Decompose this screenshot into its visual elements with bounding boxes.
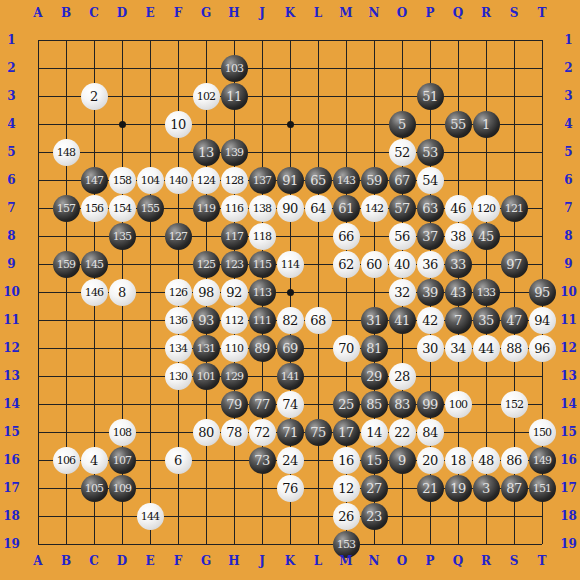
point-K1 (276, 26, 304, 54)
stone-white-66: 66 (333, 223, 360, 250)
point-H6: 128 (220, 166, 248, 194)
move-number: 115 (253, 259, 272, 270)
stone-black-25: 25 (333, 391, 360, 418)
col-label-K: K (276, 5, 304, 21)
point-R9 (472, 250, 500, 278)
point-A10 (24, 278, 52, 306)
move-number: 109 (113, 483, 132, 494)
point-E4 (136, 110, 164, 138)
point-T18 (528, 502, 556, 530)
stone-white-18: 18 (445, 447, 472, 474)
point-D17: 109 (108, 474, 136, 502)
row-label-6: 6 (557, 166, 580, 194)
stone-white-128: 128 (221, 167, 248, 194)
move-number: 76 (282, 482, 298, 495)
point-H13: 129 (220, 362, 248, 390)
point-L5 (304, 138, 332, 166)
point-O4: 5 (388, 110, 416, 138)
stone-white-16: 16 (333, 447, 360, 474)
point-B5: 148 (52, 138, 80, 166)
point-N1 (360, 26, 388, 54)
move-number: 119 (197, 203, 216, 214)
point-E9 (136, 250, 164, 278)
point-G1 (192, 26, 220, 54)
move-number: 77 (254, 398, 270, 411)
point-T9 (528, 250, 556, 278)
stone-black-141: 141 (277, 363, 304, 390)
point-S7: 121 (500, 194, 528, 222)
point-B11 (52, 306, 80, 334)
point-M15: 17 (332, 418, 360, 446)
point-P11: 42 (416, 306, 444, 334)
move-number: 159 (57, 259, 76, 270)
point-N10 (360, 278, 388, 306)
point-R8: 45 (472, 222, 500, 250)
stone-black-103: 103 (221, 55, 248, 82)
point-K5 (276, 138, 304, 166)
point-E6: 104 (136, 166, 164, 194)
point-B18 (52, 502, 80, 530)
point-L10 (304, 278, 332, 306)
point-M3 (332, 82, 360, 110)
move-number: 78 (226, 426, 242, 439)
stone-black-149: 149 (529, 447, 556, 474)
point-G16 (192, 446, 220, 474)
col-label-O: O (388, 552, 416, 570)
stone-white-84: 84 (417, 419, 444, 446)
point-O2 (388, 54, 416, 82)
col-label-S: S (500, 552, 528, 570)
col-label-L: L (304, 5, 332, 21)
point-G5: 13 (192, 138, 220, 166)
stone-black-67: 67 (389, 167, 416, 194)
point-E8 (136, 222, 164, 250)
move-number: 140 (169, 175, 188, 186)
row-label-19: 19 (557, 530, 580, 558)
point-B8 (52, 222, 80, 250)
move-number: 158 (113, 175, 132, 186)
stone-black-53: 53 (417, 139, 444, 166)
stone-black-155: 155 (137, 195, 164, 222)
move-number: 117 (225, 231, 244, 242)
col-label-B: B (52, 5, 80, 21)
point-T11: 94 (528, 306, 556, 334)
row-label-9: 9 (0, 250, 23, 278)
stone-white-34: 34 (445, 335, 472, 362)
point-B4 (52, 110, 80, 138)
point-E10 (136, 278, 164, 306)
row-label-11: 11 (0, 306, 23, 334)
stone-black-85: 85 (361, 391, 388, 418)
move-number: 90 (282, 202, 298, 215)
point-O13: 28 (388, 362, 416, 390)
move-number: 82 (282, 314, 298, 327)
point-M16: 16 (332, 446, 360, 474)
move-number: 53 (422, 146, 438, 159)
point-N2 (360, 54, 388, 82)
point-M18: 26 (332, 502, 360, 530)
stone-black-15: 15 (361, 447, 388, 474)
point-A1 (24, 26, 52, 54)
stone-black-151: 151 (529, 475, 556, 502)
move-number: 96 (534, 342, 550, 355)
point-S14: 152 (500, 390, 528, 418)
move-number: 149 (533, 455, 552, 466)
move-number: 98 (198, 286, 214, 299)
move-number: 40 (394, 258, 410, 271)
stone-white-26: 26 (333, 503, 360, 530)
col-label-Q: Q (444, 5, 472, 21)
col-label-K: K (276, 552, 304, 570)
stone-black-11: 11 (221, 83, 248, 110)
point-K10 (276, 278, 304, 306)
stone-white-148: 148 (53, 139, 80, 166)
point-K14: 74 (276, 390, 304, 418)
col-label-G: G (192, 5, 220, 21)
point-P18 (416, 502, 444, 530)
point-C9: 145 (80, 250, 108, 278)
move-number: 145 (85, 259, 104, 270)
point-N5 (360, 138, 388, 166)
point-F4: 10 (164, 110, 192, 138)
move-number: 74 (282, 398, 298, 411)
stone-black-51: 51 (417, 83, 444, 110)
point-J18 (248, 502, 276, 530)
point-A11 (24, 306, 52, 334)
stone-white-124: 124 (193, 167, 220, 194)
stone-black-135: 135 (109, 223, 136, 250)
point-C3: 2 (80, 82, 108, 110)
stone-white-96: 96 (529, 335, 556, 362)
move-number: 95 (534, 286, 550, 299)
point-D13 (108, 362, 136, 390)
move-number: 45 (478, 230, 494, 243)
stone-black-45: 45 (473, 223, 500, 250)
point-G13: 101 (192, 362, 220, 390)
point-O12 (388, 334, 416, 362)
stone-white-42: 42 (417, 307, 444, 334)
point-D4 (108, 110, 136, 138)
point-G12: 131 (192, 334, 220, 362)
point-O6: 67 (388, 166, 416, 194)
stone-white-6: 6 (165, 447, 192, 474)
point-F15 (164, 418, 192, 446)
stone-white-142: 142 (361, 195, 388, 222)
point-K11: 82 (276, 306, 304, 334)
col-label-A: A (24, 552, 52, 570)
stone-white-140: 140 (165, 167, 192, 194)
point-P14: 99 (416, 390, 444, 418)
move-number: 37 (422, 230, 438, 243)
move-number: 102 (197, 91, 216, 102)
point-S17: 87 (500, 474, 528, 502)
stone-white-64: 64 (305, 195, 332, 222)
point-S3 (500, 82, 528, 110)
stone-black-57: 57 (389, 195, 416, 222)
point-E18: 144 (136, 502, 164, 530)
move-number: 16 (338, 454, 354, 467)
move-number: 157 (57, 203, 76, 214)
move-number: 112 (225, 315, 244, 326)
stone-black-79: 79 (221, 391, 248, 418)
stone-white-22: 22 (389, 419, 416, 446)
point-R18 (472, 502, 500, 530)
point-S6 (500, 166, 528, 194)
point-O17 (388, 474, 416, 502)
stone-white-46: 46 (445, 195, 472, 222)
point-J8: 118 (248, 222, 276, 250)
hoshi-K4 (287, 121, 294, 128)
row-label-1: 1 (0, 26, 23, 54)
col-label-T: T (528, 552, 556, 570)
point-C5 (80, 138, 108, 166)
stone-black-101: 101 (193, 363, 220, 390)
point-Q3 (444, 82, 472, 110)
point-P12: 30 (416, 334, 444, 362)
stone-black-83: 83 (389, 391, 416, 418)
row-label-12: 12 (557, 334, 580, 362)
point-K8 (276, 222, 304, 250)
stone-white-108: 108 (109, 419, 136, 446)
point-G8 (192, 222, 220, 250)
move-number: 7 (454, 314, 462, 327)
point-E1 (136, 26, 164, 54)
point-N8 (360, 222, 388, 250)
point-H9: 123 (220, 250, 248, 278)
point-A9 (24, 250, 52, 278)
point-B3 (52, 82, 80, 110)
point-P9: 36 (416, 250, 444, 278)
stone-white-102: 102 (193, 83, 220, 110)
point-H16 (220, 446, 248, 474)
col-label-J: J (248, 5, 276, 21)
move-number: 28 (394, 370, 410, 383)
point-T12: 96 (528, 334, 556, 362)
stone-black-147: 147 (81, 167, 108, 194)
stone-black-3: 3 (473, 475, 500, 502)
move-number: 126 (169, 287, 188, 298)
move-number: 30 (422, 342, 438, 355)
point-Q7: 46 (444, 194, 472, 222)
move-number: 4 (90, 454, 98, 467)
move-number: 142 (365, 203, 384, 214)
point-D2 (108, 54, 136, 82)
point-T15: 150 (528, 418, 556, 446)
point-T17: 151 (528, 474, 556, 502)
stone-white-68: 68 (305, 307, 332, 334)
stone-white-24: 24 (277, 447, 304, 474)
row-label-5: 5 (557, 138, 580, 166)
point-C12 (80, 334, 108, 362)
point-J5 (248, 138, 276, 166)
move-number: 154 (113, 203, 132, 214)
point-A13 (24, 362, 52, 390)
stone-black-111: 111 (249, 307, 276, 334)
point-T2 (528, 54, 556, 82)
point-H14: 79 (220, 390, 248, 418)
move-number: 47 (506, 314, 522, 327)
move-number: 13 (198, 146, 214, 159)
point-P1 (416, 26, 444, 54)
row-label-7: 7 (557, 194, 580, 222)
stone-black-99: 99 (417, 391, 444, 418)
point-R11: 35 (472, 306, 500, 334)
move-number: 156 (85, 203, 104, 214)
point-H4 (220, 110, 248, 138)
point-Q5 (444, 138, 472, 166)
point-B13 (52, 362, 80, 390)
point-S1 (500, 26, 528, 54)
point-T10: 95 (528, 278, 556, 306)
point-D16: 107 (108, 446, 136, 474)
move-number: 105 (85, 483, 104, 494)
point-Q13 (444, 362, 472, 390)
stone-white-8: 8 (109, 279, 136, 306)
move-number: 9 (398, 454, 406, 467)
move-number: 62 (338, 258, 354, 271)
point-C1 (80, 26, 108, 54)
point-P5: 53 (416, 138, 444, 166)
move-number: 148 (57, 147, 76, 158)
move-number: 136 (169, 315, 188, 326)
move-number: 79 (226, 398, 242, 411)
stone-black-123: 123 (221, 251, 248, 278)
point-J15: 72 (248, 418, 276, 446)
col-label-P: P (416, 552, 444, 570)
point-P8: 37 (416, 222, 444, 250)
move-number: 101 (197, 371, 216, 382)
point-G6: 124 (192, 166, 220, 194)
point-R13 (472, 362, 500, 390)
stone-white-88: 88 (501, 335, 528, 362)
point-R1 (472, 26, 500, 54)
col-label-H: H (220, 552, 248, 570)
row-label-15: 15 (0, 418, 23, 446)
point-J1 (248, 26, 276, 54)
point-Q2 (444, 54, 472, 82)
stone-white-82: 82 (277, 307, 304, 334)
move-number: 131 (197, 343, 216, 354)
point-Q4: 55 (444, 110, 472, 138)
point-O7: 57 (388, 194, 416, 222)
row-label-16: 16 (0, 446, 23, 474)
point-D8: 135 (108, 222, 136, 250)
point-D5 (108, 138, 136, 166)
point-N16: 15 (360, 446, 388, 474)
col-label-C: C (80, 5, 108, 21)
move-number: 127 (169, 231, 188, 242)
point-F6: 140 (164, 166, 192, 194)
stone-white-52: 52 (389, 139, 416, 166)
move-number: 22 (394, 426, 410, 439)
move-number: 8 (118, 286, 126, 299)
point-S9: 97 (500, 250, 528, 278)
point-F14 (164, 390, 192, 418)
row-label-14: 14 (557, 390, 580, 418)
point-F1 (164, 26, 192, 54)
point-N11: 31 (360, 306, 388, 334)
col-label-D: D (108, 5, 136, 21)
stone-white-30: 30 (417, 335, 444, 362)
stone-white-136: 136 (165, 307, 192, 334)
point-M12: 70 (332, 334, 360, 362)
stone-white-20: 20 (417, 447, 444, 474)
stone-white-28: 28 (389, 363, 416, 390)
move-number: 23 (366, 510, 382, 523)
move-number: 24 (282, 454, 298, 467)
stone-black-143: 143 (333, 167, 360, 194)
stone-white-92: 92 (221, 279, 248, 306)
move-number: 43 (450, 286, 466, 299)
point-A17 (24, 474, 52, 502)
point-T5 (528, 138, 556, 166)
point-P15: 84 (416, 418, 444, 446)
point-A8 (24, 222, 52, 250)
stone-white-134: 134 (165, 335, 192, 362)
point-R4: 1 (472, 110, 500, 138)
move-number: 124 (197, 175, 216, 186)
point-L2 (304, 54, 332, 82)
row-label-8: 8 (557, 222, 580, 250)
point-D12 (108, 334, 136, 362)
point-Q17: 19 (444, 474, 472, 502)
stone-black-29: 29 (361, 363, 388, 390)
move-number: 14 (366, 426, 382, 439)
move-number: 73 (254, 454, 270, 467)
point-D9 (108, 250, 136, 278)
col-label-P: P (416, 5, 444, 21)
move-number: 135 (113, 231, 132, 242)
move-number: 107 (113, 455, 132, 466)
point-R2 (472, 54, 500, 82)
point-G11: 93 (192, 306, 220, 334)
point-L4 (304, 110, 332, 138)
point-C4 (80, 110, 108, 138)
point-F13: 130 (164, 362, 192, 390)
move-number: 11 (226, 90, 242, 103)
row-label-2: 2 (0, 54, 23, 82)
point-O11: 41 (388, 306, 416, 334)
move-number: 67 (394, 174, 410, 187)
move-number: 5 (398, 118, 406, 131)
point-H17 (220, 474, 248, 502)
point-K6: 91 (276, 166, 304, 194)
stone-black-93: 93 (193, 307, 220, 334)
point-Q12: 34 (444, 334, 472, 362)
point-L15: 75 (304, 418, 332, 446)
move-number: 80 (198, 426, 214, 439)
move-number: 70 (338, 342, 354, 355)
point-Q11: 7 (444, 306, 472, 334)
move-number: 100 (449, 399, 468, 410)
point-F12: 134 (164, 334, 192, 362)
point-H8: 117 (220, 222, 248, 250)
col-label-O: O (388, 5, 416, 21)
row-label-7: 7 (0, 194, 23, 222)
stone-white-56: 56 (389, 223, 416, 250)
point-O15: 22 (388, 418, 416, 446)
point-R3 (472, 82, 500, 110)
move-number: 81 (366, 342, 382, 355)
point-O5: 52 (388, 138, 416, 166)
stone-black-139: 139 (221, 139, 248, 166)
move-number: 130 (169, 371, 188, 382)
move-number: 66 (338, 230, 354, 243)
row-label-9: 9 (557, 250, 580, 278)
move-number: 133 (477, 287, 496, 298)
move-number: 15 (366, 454, 382, 467)
point-B16: 106 (52, 446, 80, 474)
